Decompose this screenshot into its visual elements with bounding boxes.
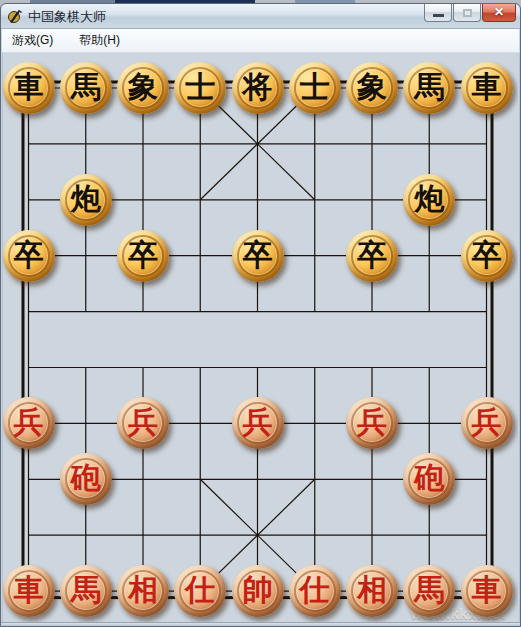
piece-glyph: 車 xyxy=(472,575,502,605)
piece-glyph: 車 xyxy=(14,575,44,605)
piece-red-soldier[interactable]: 兵 xyxy=(461,397,513,449)
piece-red-chariot[interactable]: 車 xyxy=(461,565,513,617)
maximize-icon xyxy=(463,9,472,17)
piece-glyph: 兵 xyxy=(472,407,502,437)
close-button[interactable]: ✕ xyxy=(482,4,516,22)
piece-red-soldier[interactable]: 兵 xyxy=(232,397,284,449)
piece-glyph: 砲 xyxy=(71,463,101,493)
piece-red-soldier[interactable]: 兵 xyxy=(117,397,169,449)
piece-red-soldier[interactable]: 兵 xyxy=(346,397,398,449)
piece-black-chariot[interactable]: 車 xyxy=(3,62,55,114)
piece-glyph: 兵 xyxy=(14,407,44,437)
piece-red-soldier[interactable]: 兵 xyxy=(3,397,55,449)
piece-black-general[interactable]: 将 xyxy=(232,62,284,114)
close-icon: ✕ xyxy=(483,5,515,19)
piece-glyph: 将 xyxy=(243,72,273,102)
app-icon xyxy=(7,9,23,25)
piece-black-soldier[interactable]: 卒 xyxy=(232,230,284,282)
window-title: 中国象棋大师 xyxy=(28,8,106,26)
app-window: 中国象棋大师 ✕ 游戏(G) 帮助(H) www.kkx.net 車馬象士将士象… xyxy=(0,3,521,627)
piece-black-cannon[interactable]: 炮 xyxy=(403,174,455,226)
window-frame-bottom xyxy=(1,622,520,626)
piece-glyph: 象 xyxy=(128,72,158,102)
piece-black-soldier[interactable]: 卒 xyxy=(3,230,55,282)
piece-glyph: 象 xyxy=(357,72,387,102)
piece-glyph: 卒 xyxy=(14,240,44,270)
piece-glyph: 士 xyxy=(300,72,330,102)
piece-glyph: 仕 xyxy=(300,575,330,605)
piece-glyph: 砲 xyxy=(414,463,444,493)
menu-item-help[interactable]: 帮助(H) xyxy=(77,29,122,52)
board-grid xyxy=(3,53,518,624)
desktop-background: 中国象棋大师 ✕ 游戏(G) 帮助(H) www.kkx.net 車馬象士将士象… xyxy=(0,0,521,627)
piece-glyph: 炮 xyxy=(71,184,101,214)
piece-black-advisor[interactable]: 士 xyxy=(289,62,341,114)
piece-red-horse[interactable]: 馬 xyxy=(403,565,455,617)
piece-black-soldier[interactable]: 卒 xyxy=(346,230,398,282)
window-controls: ✕ xyxy=(424,4,516,22)
piece-black-soldier[interactable]: 卒 xyxy=(461,230,513,282)
piece-glyph: 馬 xyxy=(71,575,101,605)
piece-black-elephant[interactable]: 象 xyxy=(346,62,398,114)
piece-red-advisor[interactable]: 仕 xyxy=(174,565,226,617)
piece-red-chariot[interactable]: 車 xyxy=(3,565,55,617)
piece-glyph: 車 xyxy=(472,72,502,102)
piece-red-elephant[interactable]: 相 xyxy=(117,565,169,617)
menu-item-game[interactable]: 游戏(G) xyxy=(10,29,55,52)
piece-glyph: 兵 xyxy=(243,407,273,437)
piece-red-cannon[interactable]: 砲 xyxy=(60,453,112,505)
window-frame-right xyxy=(518,53,520,626)
title-bar[interactable]: 中国象棋大师 ✕ xyxy=(1,4,520,29)
xiangqi-board[interactable]: www.kkx.net 車馬象士将士象馬車炮炮卒卒卒卒卒兵兵兵兵兵砲砲車馬相仕帥… xyxy=(3,53,518,624)
piece-glyph: 兵 xyxy=(357,407,387,437)
piece-glyph: 炮 xyxy=(414,184,444,214)
piece-glyph: 卒 xyxy=(243,240,273,270)
piece-glyph: 相 xyxy=(357,575,387,605)
piece-red-horse[interactable]: 馬 xyxy=(60,565,112,617)
piece-glyph: 相 xyxy=(128,575,158,605)
piece-red-elephant[interactable]: 相 xyxy=(346,565,398,617)
minimize-button[interactable] xyxy=(424,4,452,22)
piece-glyph: 馬 xyxy=(71,72,101,102)
piece-black-soldier[interactable]: 卒 xyxy=(117,230,169,282)
piece-red-general[interactable]: 帥 xyxy=(232,565,284,617)
piece-black-horse[interactable]: 馬 xyxy=(403,62,455,114)
piece-glyph: 馬 xyxy=(414,72,444,102)
piece-glyph: 卒 xyxy=(357,240,387,270)
piece-black-chariot[interactable]: 車 xyxy=(461,62,513,114)
piece-black-horse[interactable]: 馬 xyxy=(60,62,112,114)
piece-glyph: 仕 xyxy=(185,575,215,605)
piece-glyph: 卒 xyxy=(472,240,502,270)
piece-black-elephant[interactable]: 象 xyxy=(117,62,169,114)
piece-glyph: 馬 xyxy=(414,575,444,605)
piece-glyph: 車 xyxy=(14,72,44,102)
piece-glyph: 士 xyxy=(185,72,215,102)
maximize-button xyxy=(453,4,481,22)
piece-glyph: 兵 xyxy=(128,407,158,437)
minimize-icon xyxy=(433,14,444,17)
menu-bar: 游戏(G) 帮助(H) xyxy=(2,29,519,53)
piece-glyph: 卒 xyxy=(128,240,158,270)
piece-red-advisor[interactable]: 仕 xyxy=(289,565,341,617)
piece-black-advisor[interactable]: 士 xyxy=(174,62,226,114)
window-frame-left xyxy=(1,53,3,626)
piece-glyph: 帥 xyxy=(243,575,273,605)
piece-black-cannon[interactable]: 炮 xyxy=(60,174,112,226)
